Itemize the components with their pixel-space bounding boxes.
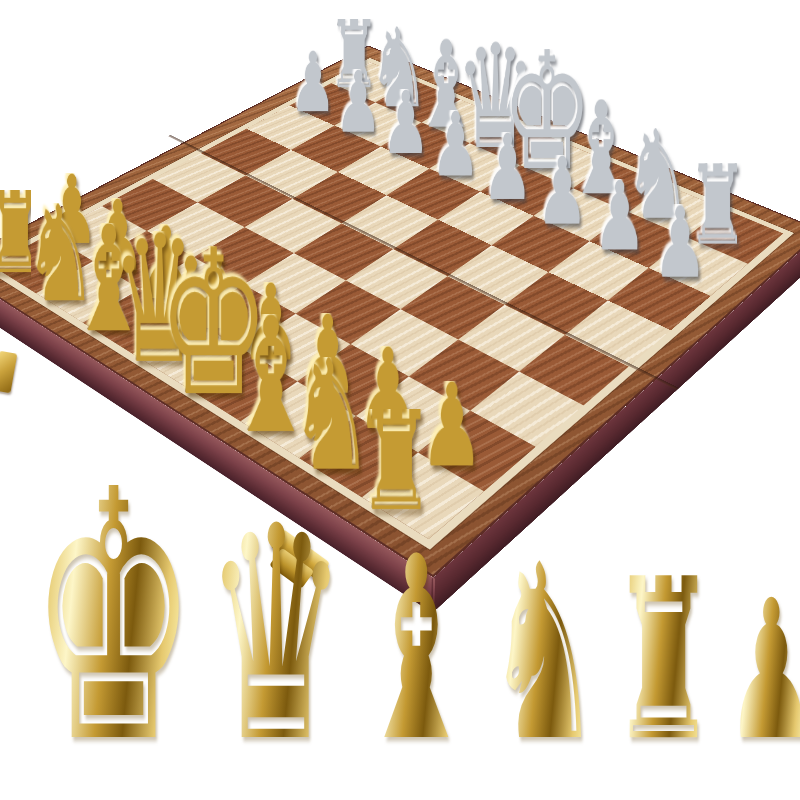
piece-silver-pawn-d7: ♟ xyxy=(431,110,480,179)
piece-silver-pawn-f7: ♟ xyxy=(536,155,588,228)
piece-silver-pawn-h7: ♟ xyxy=(653,204,707,280)
piece-silver-pawn-b7: ♟ xyxy=(335,69,382,135)
piece-silver-pawn-a7: ♟ xyxy=(290,50,336,115)
display-gold-rook: ♜ xyxy=(610,549,717,771)
display-gold-queen: ♛ xyxy=(205,488,348,783)
gold-piece-lineup: ♚ ♛ ♝ ♞ ♜ ♟ xyxy=(30,445,800,790)
brass-clasp-left-edge xyxy=(0,351,17,394)
product-photo-stage: ♜♞♝♛♚♝♞♜♟♟♟♟♟♟♟♟♟♟♟♟♟♟♟♟♜♞♝♛♚♝♞♜ ♚ ♛ ♝ ♞… xyxy=(0,0,800,800)
display-gold-king: ♚ xyxy=(30,445,197,790)
display-gold-pawn: ♟ xyxy=(725,575,800,767)
piece-silver-pawn-e7: ♟ xyxy=(482,132,533,203)
display-gold-bishop: ♝ xyxy=(355,523,477,776)
piece-silver-pawn-c7: ♟ xyxy=(382,89,430,157)
piece-silver-pawn-g7: ♟ xyxy=(593,179,646,254)
display-gold-knight: ♞ xyxy=(485,532,602,774)
